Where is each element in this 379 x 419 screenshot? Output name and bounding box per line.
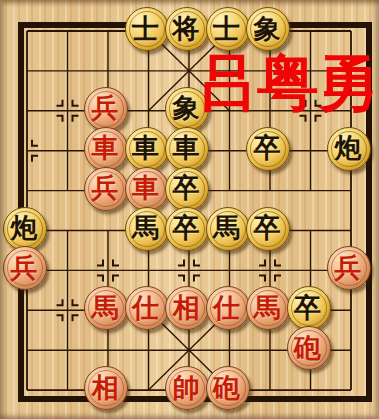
piece-red-general-e9[interactable]: 帥 xyxy=(165,366,209,410)
red-elephant-glyph: 相 xyxy=(92,374,119,401)
red-chariot-glyph: 車 xyxy=(132,174,159,201)
black-horse-glyph: 馬 xyxy=(213,214,240,241)
piece-black-soldier-e4[interactable]: 卒 xyxy=(165,167,209,211)
red-advisor-glyph: 仕 xyxy=(213,294,240,321)
red-soldier-glyph: 兵 xyxy=(11,254,38,281)
black-horse-glyph: 馬 xyxy=(132,214,159,241)
red-soldier-glyph: 兵 xyxy=(335,254,362,281)
piece-red-soldier-c4[interactable]: 兵 xyxy=(84,167,128,211)
piece-black-horse-d5[interactable]: 馬 xyxy=(125,207,169,251)
red-advisor-glyph: 仕 xyxy=(132,294,159,321)
piece-black-soldier-h7[interactable]: 卒 xyxy=(287,286,331,330)
piece-red-advisor-f7[interactable]: 仕 xyxy=(206,286,250,330)
piece-black-advisor-f0[interactable]: 士 xyxy=(206,7,250,51)
piece-red-soldier-c2[interactable]: 兵 xyxy=(84,87,128,131)
black-soldier-glyph: 卒 xyxy=(294,294,321,321)
red-soldier-glyph: 兵 xyxy=(92,174,119,201)
piece-red-elephant-e7[interactable]: 相 xyxy=(165,286,209,330)
piece-black-soldier-g5[interactable]: 卒 xyxy=(246,207,290,251)
red-chariot-glyph: 車 xyxy=(92,134,119,161)
red-cannon-glyph: 砲 xyxy=(294,334,321,361)
piece-red-cannon-h8[interactable]: 砲 xyxy=(287,326,331,370)
piece-black-chariot-e3[interactable]: 車 xyxy=(165,127,209,171)
red-general-glyph: 帥 xyxy=(173,374,200,401)
piece-black-general-e0[interactable]: 将 xyxy=(165,7,209,51)
piece-red-cannon-f9[interactable]: 砲 xyxy=(206,366,250,410)
red-horse-glyph: 馬 xyxy=(254,294,281,321)
black-general-glyph: 将 xyxy=(173,15,200,42)
black-cannon-glyph: 炮 xyxy=(335,134,362,161)
black-soldier-glyph: 卒 xyxy=(254,134,281,161)
black-soldier-glyph: 卒 xyxy=(254,214,281,241)
black-chariot-glyph: 車 xyxy=(173,134,200,161)
piece-red-horse-g7[interactable]: 馬 xyxy=(246,286,290,330)
piece-black-advisor-d0[interactable]: 士 xyxy=(125,7,169,51)
piece-red-chariot-c3[interactable]: 車 xyxy=(84,127,128,171)
black-elephant-glyph: 象 xyxy=(173,94,200,121)
xiangqi-board[interactable]: 士将士象兵象車車車卒炮兵車卒炮馬卒馬卒兵兵馬仕相仕馬卒砲相帥砲 xyxy=(0,0,379,419)
piece-red-soldier-a6[interactable]: 兵 xyxy=(3,246,47,290)
black-chariot-glyph: 車 xyxy=(132,134,159,161)
red-soldier-glyph: 兵 xyxy=(92,94,119,121)
xiangqi-app-window: 士将士象兵象車車車卒炮兵車卒炮馬卒馬卒兵兵馬仕相仕馬卒砲相帥砲 吕粤勇 xyxy=(0,0,379,419)
black-elephant-glyph: 象 xyxy=(254,15,281,42)
piece-black-elephant-e2[interactable]: 象 xyxy=(165,87,209,131)
piece-red-chariot-d4[interactable]: 車 xyxy=(125,167,169,211)
black-soldier-glyph: 卒 xyxy=(173,174,200,201)
red-horse-glyph: 馬 xyxy=(92,294,119,321)
piece-black-chariot-d3[interactable]: 車 xyxy=(125,127,169,171)
red-cannon-glyph: 砲 xyxy=(213,374,240,401)
piece-black-soldier-e5[interactable]: 卒 xyxy=(165,207,209,251)
piece-red-horse-c7[interactable]: 馬 xyxy=(84,286,128,330)
black-soldier-glyph: 卒 xyxy=(173,214,200,241)
piece-red-advisor-d7[interactable]: 仕 xyxy=(125,286,169,330)
piece-red-soldier-i6[interactable]: 兵 xyxy=(327,246,371,290)
piece-red-elephant-c9[interactable]: 相 xyxy=(84,366,128,410)
piece-black-horse-f5[interactable]: 馬 xyxy=(206,207,250,251)
piece-black-cannon-i3[interactable]: 炮 xyxy=(327,127,371,171)
black-advisor-glyph: 士 xyxy=(132,15,159,42)
black-cannon-glyph: 炮 xyxy=(11,214,38,241)
black-advisor-glyph: 士 xyxy=(213,15,240,42)
piece-black-soldier-g3[interactable]: 卒 xyxy=(246,127,290,171)
piece-black-elephant-g0[interactable]: 象 xyxy=(246,7,290,51)
piece-black-cannon-a5[interactable]: 炮 xyxy=(3,207,47,251)
red-elephant-glyph: 相 xyxy=(173,294,200,321)
